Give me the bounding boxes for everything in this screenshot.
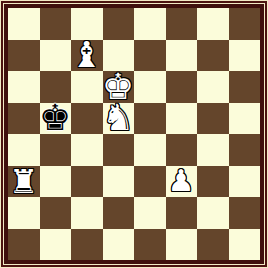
square-g1[interactable]: [197, 229, 229, 261]
square-d6[interactable]: ♚: [103, 71, 135, 103]
square-d4[interactable]: [103, 134, 135, 166]
square-d2[interactable]: [103, 197, 135, 229]
square-c6[interactable]: [71, 71, 103, 103]
square-c2[interactable]: [71, 197, 103, 229]
square-b2[interactable]: [40, 197, 72, 229]
board-frame-maroon: ♝♚♚♞♜♟: [1, 1, 267, 267]
square-f3[interactable]: ♟: [166, 166, 198, 198]
square-a2[interactable]: [8, 197, 40, 229]
square-a4[interactable]: [8, 134, 40, 166]
square-h8[interactable]: [229, 8, 261, 40]
square-a6[interactable]: [8, 71, 40, 103]
square-a5[interactable]: [8, 103, 40, 135]
square-e2[interactable]: [134, 197, 166, 229]
square-d1[interactable]: [103, 229, 135, 261]
square-g6[interactable]: [197, 71, 229, 103]
square-f5[interactable]: [166, 103, 198, 135]
piece-white-pawn: ♟: [168, 166, 195, 196]
square-e6[interactable]: [134, 71, 166, 103]
square-g3[interactable]: [197, 166, 229, 198]
square-a8[interactable]: [8, 8, 40, 40]
square-e4[interactable]: [134, 134, 166, 166]
square-e8[interactable]: [134, 8, 166, 40]
square-h7[interactable]: [229, 40, 261, 72]
square-g4[interactable]: [197, 134, 229, 166]
square-c4[interactable]: [71, 134, 103, 166]
square-b5[interactable]: ♚: [40, 103, 72, 135]
square-e5[interactable]: [134, 103, 166, 135]
board-frame-outer-line: ♝♚♚♞♜♟: [0, 0, 268, 268]
board-frame-cream-line: ♝♚♚♞♜♟: [3, 3, 265, 265]
square-b6[interactable]: [40, 71, 72, 103]
square-h6[interactable]: [229, 71, 261, 103]
square-f1[interactable]: [166, 229, 198, 261]
square-a1[interactable]: [8, 229, 40, 261]
square-h2[interactable]: [229, 197, 261, 229]
square-g7[interactable]: [197, 40, 229, 72]
square-b1[interactable]: [40, 229, 72, 261]
square-d3[interactable]: [103, 166, 135, 198]
square-d5[interactable]: ♞: [103, 103, 135, 135]
square-g5[interactable]: [197, 103, 229, 135]
square-b4[interactable]: [40, 134, 72, 166]
square-h1[interactable]: [229, 229, 261, 261]
piece-white-rook: ♜: [9, 165, 39, 198]
square-e1[interactable]: [134, 229, 166, 261]
piece-white-king: ♚: [102, 69, 134, 105]
square-f6[interactable]: [166, 71, 198, 103]
square-g2[interactable]: [197, 197, 229, 229]
square-f7[interactable]: [166, 40, 198, 72]
square-a3[interactable]: ♜: [8, 166, 40, 198]
piece-white-knight: ♞: [102, 100, 134, 136]
square-b3[interactable]: [40, 166, 72, 198]
square-h4[interactable]: [229, 134, 261, 166]
chess-board: ♝♚♚♞♜♟: [8, 8, 260, 260]
square-e7[interactable]: [134, 40, 166, 72]
square-c8[interactable]: [71, 8, 103, 40]
square-h3[interactable]: [229, 166, 261, 198]
board-frame-inner: ♝♚♚♞♜♟: [4, 4, 264, 264]
piece-black-king: ♚: [39, 100, 71, 136]
square-b7[interactable]: [40, 40, 72, 72]
square-f2[interactable]: [166, 197, 198, 229]
square-g8[interactable]: [197, 8, 229, 40]
square-c1[interactable]: [71, 229, 103, 261]
square-c5[interactable]: [71, 103, 103, 135]
square-f8[interactable]: [166, 8, 198, 40]
square-a7[interactable]: [8, 40, 40, 72]
square-f4[interactable]: [166, 134, 198, 166]
square-d7[interactable]: [103, 40, 135, 72]
square-e3[interactable]: [134, 166, 166, 198]
square-d8[interactable]: [103, 8, 135, 40]
square-h5[interactable]: [229, 103, 261, 135]
piece-white-bishop: ♝: [71, 37, 103, 73]
square-b8[interactable]: [40, 8, 72, 40]
square-c7[interactable]: ♝: [71, 40, 103, 72]
square-c3[interactable]: [71, 166, 103, 198]
